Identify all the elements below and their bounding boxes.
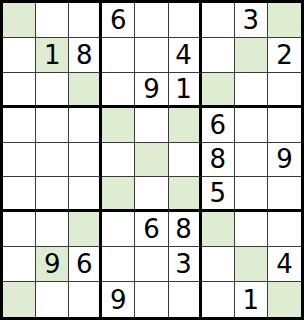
cell-r3c1[interactable] [3, 73, 36, 108]
cell-r8c7[interactable] [202, 247, 235, 282]
cell-r4c5[interactable] [135, 108, 168, 143]
cell-r1c4[interactable]: 6 [102, 3, 135, 38]
cell-r1c8[interactable]: 3 [235, 3, 268, 38]
cell-r4c3[interactable] [69, 108, 102, 143]
cell-r2c9[interactable]: 2 [268, 38, 301, 73]
cell-r2c1[interactable] [3, 38, 36, 73]
cell-r9c8[interactable]: 1 [235, 282, 268, 317]
cell-r6c8[interactable] [235, 177, 268, 212]
cell-r2c8[interactable] [235, 38, 268, 73]
cell-r7c8[interactable] [235, 212, 268, 247]
cell-r6c6[interactable] [169, 177, 202, 212]
sudoku-board: 63184291689568963491 [0, 0, 304, 320]
cell-r8c3[interactable]: 6 [69, 247, 102, 282]
cell-r7c6[interactable]: 8 [169, 212, 202, 247]
cell-r1c1[interactable] [3, 3, 36, 38]
cell-r4c6[interactable] [169, 108, 202, 143]
cell-r4c4[interactable] [102, 108, 135, 143]
cell-r4c7[interactable]: 6 [202, 108, 235, 143]
cell-r8c4[interactable] [102, 247, 135, 282]
cell-r7c2[interactable] [36, 212, 69, 247]
cell-r8c2[interactable]: 9 [36, 247, 69, 282]
cell-r7c7[interactable] [202, 212, 235, 247]
cell-r1c9[interactable] [268, 3, 301, 38]
cell-r1c5[interactable] [135, 3, 168, 38]
cell-r2c7[interactable] [202, 38, 235, 73]
cell-r2c2[interactable]: 1 [36, 38, 69, 73]
cell-r6c2[interactable] [36, 177, 69, 212]
cell-r4c2[interactable] [36, 108, 69, 143]
cell-r9c3[interactable] [69, 282, 102, 317]
cell-r6c9[interactable] [268, 177, 301, 212]
cell-r5c3[interactable] [69, 143, 102, 178]
cell-r2c6[interactable]: 4 [169, 38, 202, 73]
cell-r5c5[interactable] [135, 143, 168, 178]
cell-r3c5[interactable]: 9 [135, 73, 168, 108]
cell-r3c2[interactable] [36, 73, 69, 108]
cell-r5c6[interactable] [169, 143, 202, 178]
cell-r6c3[interactable] [69, 177, 102, 212]
cell-r8c5[interactable] [135, 247, 168, 282]
cell-r2c3[interactable]: 8 [69, 38, 102, 73]
cell-r2c5[interactable] [135, 38, 168, 73]
cell-r7c3[interactable] [69, 212, 102, 247]
cell-r1c2[interactable] [36, 3, 69, 38]
cell-r4c8[interactable] [235, 108, 268, 143]
cell-r6c1[interactable] [3, 177, 36, 212]
cell-r5c1[interactable] [3, 143, 36, 178]
cell-r5c4[interactable] [102, 143, 135, 178]
cell-r4c9[interactable] [268, 108, 301, 143]
cell-r1c3[interactable] [69, 3, 102, 38]
cell-r6c4[interactable] [102, 177, 135, 212]
cell-r3c3[interactable] [69, 73, 102, 108]
cell-r9c9[interactable] [268, 282, 301, 317]
cell-r2c4[interactable] [102, 38, 135, 73]
cell-r7c9[interactable] [268, 212, 301, 247]
cell-r7c1[interactable] [3, 212, 36, 247]
cell-r9c7[interactable] [202, 282, 235, 317]
cell-r9c5[interactable] [135, 282, 168, 317]
cell-r1c7[interactable] [202, 3, 235, 38]
cell-r6c7[interactable]: 5 [202, 177, 235, 212]
cell-r3c8[interactable] [235, 73, 268, 108]
cell-r3c4[interactable] [102, 73, 135, 108]
cell-r5c8[interactable] [235, 143, 268, 178]
cell-r8c6[interactable]: 3 [169, 247, 202, 282]
cell-r5c9[interactable]: 9 [268, 143, 301, 178]
cell-r8c1[interactable] [3, 247, 36, 282]
cell-r8c9[interactable]: 4 [268, 247, 301, 282]
cell-r9c1[interactable] [3, 282, 36, 317]
cell-r3c9[interactable] [268, 73, 301, 108]
cell-r9c4[interactable]: 9 [102, 282, 135, 317]
cell-r5c2[interactable] [36, 143, 69, 178]
cell-r5c7[interactable]: 8 [202, 143, 235, 178]
cell-r6c5[interactable] [135, 177, 168, 212]
cell-r9c6[interactable] [169, 282, 202, 317]
cell-r1c6[interactable] [169, 3, 202, 38]
cell-r4c1[interactable] [3, 108, 36, 143]
cell-r7c4[interactable] [102, 212, 135, 247]
cell-r3c7[interactable] [202, 73, 235, 108]
cell-r7c5[interactable]: 6 [135, 212, 168, 247]
cell-r8c8[interactable] [235, 247, 268, 282]
cell-r3c6[interactable]: 1 [169, 73, 202, 108]
cell-r9c2[interactable] [36, 282, 69, 317]
